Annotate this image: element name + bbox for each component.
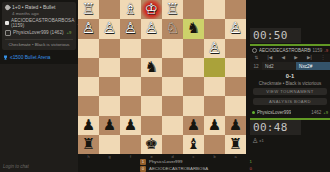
- board-square[interactable]: ♙: [120, 19, 141, 38]
- board-square[interactable]: ♟: [225, 116, 246, 135]
- board-square[interactable]: [141, 39, 162, 58]
- board-square[interactable]: [141, 116, 162, 135]
- board-square[interactable]: [183, 96, 204, 115]
- board-square[interactable]: [183, 0, 204, 19]
- move-list-row: 12 Nd2 Nxc2#: [250, 62, 330, 70]
- board-square[interactable]: ♞: [141, 58, 162, 77]
- board-square[interactable]: ♟: [183, 116, 204, 135]
- board-square[interactable]: [162, 135, 183, 154]
- piece-wP: ♙: [124, 21, 137, 36]
- board-square[interactable]: ♖: [162, 0, 183, 19]
- board-square[interactable]: [120, 77, 141, 96]
- chat-message-area: [0, 64, 78, 172]
- board-square[interactable]: [78, 96, 99, 115]
- panel-black-player-name[interactable]: PhysicsLover999: [257, 110, 291, 115]
- board-square[interactable]: [99, 96, 120, 115]
- panel-white-rating-diff: -9: [324, 48, 328, 53]
- replay-controls: ⇅ |◀ ◀ ▶ ▶| ⋮: [250, 54, 330, 62]
- captured-pawn-icon: ♙: [252, 137, 258, 145]
- move-number: 12: [250, 62, 262, 70]
- black-move-current[interactable]: Nxc2#: [296, 62, 330, 70]
- board-square[interactable]: ♚: [141, 135, 162, 154]
- piece-bK: ♚: [145, 137, 158, 152]
- piece-wR: ♖: [166, 2, 179, 17]
- board-square[interactable]: [162, 39, 183, 58]
- white-player-line[interactable]: AECIODECASTROBARBOSA (1159) -9: [5, 18, 73, 28]
- menu-button[interactable]: ⋮: [321, 54, 326, 62]
- board-square[interactable]: [204, 0, 225, 19]
- board-square[interactable]: [141, 96, 162, 115]
- crosstable: 1 PhysicsLover999 1 0 AECIODECASTROBARBO…: [140, 158, 252, 172]
- divider: [5, 39, 73, 40]
- game-info-text: 1+0 • Rated • Bullet: [12, 4, 55, 10]
- piece-wB: ♗: [124, 2, 137, 17]
- sidebar: 1+0 • Rated • Bullet 4 months ago AECIOD…: [0, 0, 78, 172]
- first-move-button[interactable]: |◀: [268, 54, 273, 62]
- board-square[interactable]: [141, 77, 162, 96]
- crosstable-game-score: 0: [140, 166, 146, 172]
- board-square[interactable]: [183, 39, 204, 58]
- piece-wP: ♙: [208, 41, 221, 56]
- board-square[interactable]: ♔: [141, 0, 162, 19]
- bullet-speed-icon: [4, 3, 11, 10]
- panel-white-rating: 1159: [313, 48, 323, 53]
- board-square[interactable]: [225, 96, 246, 115]
- piece-wP: ♙: [103, 21, 116, 36]
- white-color-icon: [5, 21, 9, 25]
- piece-bP: ♟: [208, 118, 221, 133]
- board-square[interactable]: ♝: [183, 135, 204, 154]
- board-square[interactable]: [120, 96, 141, 115]
- file-label: h: [78, 154, 99, 160]
- piece-bP: ♟: [124, 118, 137, 133]
- tournament-link[interactable]: ≤1500 Bullet Arena: [3, 55, 78, 60]
- piece-bB: ♝: [187, 137, 200, 152]
- piece-bN: ♞: [187, 21, 200, 36]
- captured-count: x1: [259, 138, 263, 143]
- game-meta-box: 1+0 • Rated • Bullet 4 months ago AECIOD…: [2, 2, 76, 50]
- crosstable-row-white[interactable]: 0 AECIODECASTROBARBOSA 0: [140, 165, 252, 172]
- lichess-game-page: 1+0 • Rated • Bullet 4 months ago AECIOD…: [0, 0, 330, 172]
- panel-white-player-row[interactable]: AECIODECASTROBARBOSA 1159 -9: [250, 46, 330, 54]
- black-player-line[interactable]: PhysicsLover999 (1462) +9: [5, 30, 73, 36]
- board-square[interactable]: [204, 19, 225, 38]
- board-square[interactable]: [204, 58, 225, 77]
- crosstable-row-black[interactable]: 1 PhysicsLover999 1: [140, 158, 252, 165]
- view-tournament-button[interactable]: VIEW TOURNAMENT: [253, 88, 327, 95]
- piece-bR: ♜: [82, 137, 95, 152]
- board-square[interactable]: ♙: [141, 19, 162, 38]
- piece-bP: ♟: [103, 118, 116, 133]
- board-square[interactable]: [120, 135, 141, 154]
- game-status-text: Checkmate • Black is victorious: [5, 42, 73, 48]
- crosstable-game-score: 1: [140, 159, 146, 165]
- game-side-panel: 00:50 AECIODECASTROBARBOSA 1159 -9 ⇅ |◀ …: [250, 0, 330, 172]
- board-square[interactable]: [120, 58, 141, 77]
- board-square[interactable]: [225, 58, 246, 77]
- board-square[interactable]: ♟: [204, 116, 225, 135]
- board-square[interactable]: [99, 77, 120, 96]
- black-color-icon: [5, 30, 11, 36]
- file-label: f: [120, 154, 141, 160]
- board-square[interactable]: ♟: [120, 116, 141, 135]
- board-square[interactable]: [162, 116, 183, 135]
- online-status-icon: [252, 111, 255, 114]
- board-square[interactable]: ♙: [225, 19, 246, 38]
- board-square[interactable]: [225, 39, 246, 58]
- board-square[interactable]: ♙: [99, 19, 120, 38]
- piece-wN: ♘: [166, 21, 179, 36]
- board-square[interactable]: [99, 39, 120, 58]
- panel-black-player-row[interactable]: PhysicsLover999 1462 +9: [250, 109, 330, 117]
- black-rating-diff: +9: [67, 30, 72, 35]
- board-square[interactable]: [162, 96, 183, 115]
- piece-bP: ♟: [82, 118, 95, 133]
- board-square[interactable]: ♟: [99, 116, 120, 135]
- board-square[interactable]: ♜: [225, 135, 246, 154]
- piece-bN: ♞: [145, 60, 158, 75]
- board-square[interactable]: [99, 0, 120, 19]
- panel-white-player-name[interactable]: AECIODECASTROBARBOSA: [259, 48, 311, 53]
- board-square[interactable]: ♗: [120, 0, 141, 19]
- previous-move-button[interactable]: ◀: [281, 54, 285, 62]
- board-square[interactable]: [183, 77, 204, 96]
- piece-wP: ♙: [82, 21, 95, 36]
- board-square[interactable]: [204, 96, 225, 115]
- white-clock: 00:50: [250, 28, 301, 43]
- board-square[interactable]: [78, 58, 99, 77]
- piece-bP: ♟: [187, 118, 200, 133]
- piece-wK: ♔: [145, 2, 158, 17]
- board-square[interactable]: ♘: [162, 19, 183, 38]
- panel-black-rating-diff: +9: [323, 110, 328, 115]
- offline-status-icon: [252, 48, 257, 53]
- black-player-name[interactable]: PhysicsLover999 (1462): [13, 30, 64, 35]
- board-square[interactable]: [78, 39, 99, 58]
- game-result: 0-1: [250, 73, 330, 79]
- white-move[interactable]: Nd2: [262, 62, 296, 70]
- last-move-button[interactable]: ▶|: [307, 54, 312, 62]
- piece-bR: ♜: [229, 137, 242, 152]
- board-square[interactable]: [162, 58, 183, 77]
- game-result-text: Checkmate • Black is victorious: [250, 81, 330, 86]
- tournament-link-label[interactable]: ≤1500 Bullet Arena: [10, 55, 51, 60]
- board-square[interactable]: [78, 77, 99, 96]
- crosstable-player-name[interactable]: AECIODECASTROBARBOSA: [149, 166, 248, 171]
- board-square[interactable]: [204, 77, 225, 96]
- piece-wP: ♙: [145, 21, 158, 36]
- board-square[interactable]: [99, 58, 120, 77]
- board-square[interactable]: ♖: [78, 0, 99, 19]
- captured-pieces: ♙ x1: [250, 137, 330, 145]
- board-square[interactable]: [225, 0, 246, 19]
- chat-input[interactable]: Login to chat: [3, 164, 29, 169]
- chess-board: ♖♗♔♖♙♙♙♙♘♞♙♙♞♟♟♟♟♟♟♜♚♝♜: [78, 0, 246, 154]
- piece-bP: ♟: [229, 118, 242, 133]
- crosstable-player-name[interactable]: PhysicsLover999: [149, 159, 248, 164]
- board-square[interactable]: [225, 77, 246, 96]
- next-move-button[interactable]: ▶: [294, 54, 298, 62]
- piece-wR: ♖: [82, 2, 95, 17]
- board-square[interactable]: [183, 58, 204, 77]
- board-square[interactable]: [99, 135, 120, 154]
- game-date-text: 4 months ago: [12, 11, 73, 16]
- board-square[interactable]: [162, 77, 183, 96]
- flip-board-button[interactable]: ⇅: [255, 54, 259, 62]
- board-square[interactable]: ♞: [183, 19, 204, 38]
- panel-black-rating: 1462: [311, 110, 321, 115]
- trophy-icon: [3, 55, 8, 60]
- file-label: g: [99, 154, 120, 160]
- board-square[interactable]: ♜: [78, 135, 99, 154]
- white-player-name[interactable]: AECIODECASTROBARBOSA (1159): [11, 18, 74, 28]
- black-clock: 00:48: [250, 120, 301, 135]
- analysis-board-button[interactable]: ANALYSIS BOARD: [253, 98, 327, 105]
- piece-wP: ♙: [229, 21, 242, 36]
- board-square[interactable]: ♙: [78, 19, 99, 38]
- board-square[interactable]: [204, 135, 225, 154]
- board-square[interactable]: ♟: [78, 116, 99, 135]
- board-square[interactable]: [120, 39, 141, 58]
- board-square[interactable]: ♙: [204, 39, 225, 58]
